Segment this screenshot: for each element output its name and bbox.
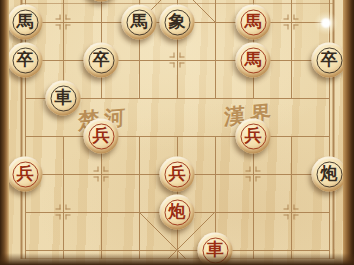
marker-corner-tr <box>66 205 71 210</box>
piece-character: 兵 <box>17 165 34 182</box>
point-marker-f8r3 <box>284 15 299 30</box>
point-marker-f5r4 <box>170 53 185 68</box>
point-marker-f8r8 <box>284 205 299 220</box>
marker-corner-tr <box>294 205 299 210</box>
marker-corner-bl <box>56 215 61 220</box>
piece-black-elephant-f5r3[interactable]: 象 <box>160 5 195 40</box>
point-marker-f3r7 <box>94 167 109 182</box>
point-marker-f7r7 <box>246 167 261 182</box>
piece-black-soldier-f1r4[interactable]: 卒 <box>8 43 43 78</box>
marker-corner-tr <box>66 15 71 20</box>
marker-corner-br <box>294 215 299 220</box>
piece-black-cannon-f9r7[interactable]: 炮 <box>312 157 347 192</box>
marker-corner-tr <box>256 167 261 172</box>
piece-black-chariot-f2r5[interactable]: 車 <box>46 81 81 116</box>
marker-corner-tr <box>180 53 185 58</box>
piece-character: 炮 <box>321 165 338 182</box>
piece-black-horse-f1r3[interactable]: 馬 <box>8 5 43 40</box>
piece-character: 炮 <box>169 203 186 220</box>
piece-character: 兵 <box>169 165 186 182</box>
marker-corner-bl <box>284 215 289 220</box>
marker-corner-tl <box>56 15 61 20</box>
piece-character: 馬 <box>245 51 262 68</box>
piece-character: 兵 <box>245 127 262 144</box>
piece-character: 卒 <box>321 51 338 68</box>
marker-corner-br <box>294 25 299 30</box>
xiangqi-board[interactable]: 楚河 漢界 馬馬象馬卒卒馬卒車兵兵兵兵炮炮車 <box>0 0 354 265</box>
marker-corner-tl <box>94 167 99 172</box>
marker-corner-tl <box>284 205 289 210</box>
piece-red-soldier-f1r7[interactable]: 兵 <box>8 157 43 192</box>
piece-red-soldier-f7r6[interactable]: 兵 <box>236 119 271 154</box>
piece-character: 馬 <box>17 13 34 30</box>
piece-red-soldier-f5r7[interactable]: 兵 <box>160 157 195 192</box>
marker-corner-tl <box>284 15 289 20</box>
marker-corner-bl <box>56 25 61 30</box>
piece-red-cannon-f5r8[interactable]: 炮 <box>160 195 195 230</box>
marker-corner-br <box>104 177 109 182</box>
marker-corner-br <box>256 177 261 182</box>
piece-red-horse-f7r4[interactable]: 馬 <box>236 43 271 78</box>
piece-character: 馬 <box>245 13 262 30</box>
piece-character: 象 <box>169 13 186 30</box>
marker-corner-tr <box>104 167 109 172</box>
piece-black-horse-f4r3[interactable]: 馬 <box>122 5 157 40</box>
piece-character: 車 <box>55 89 72 106</box>
piece-black-soldier-f3r4[interactable]: 卒 <box>84 43 119 78</box>
marker-corner-tr <box>294 15 299 20</box>
marker-corner-tl <box>170 53 175 58</box>
piece-character: 兵 <box>93 127 110 144</box>
marker-corner-bl <box>246 177 251 182</box>
point-marker-f2r8 <box>56 205 71 220</box>
marker-corner-tl <box>56 205 61 210</box>
piece-character: 卒 <box>93 51 110 68</box>
marker-corner-br <box>66 25 71 30</box>
piece-character: 馬 <box>131 13 148 30</box>
piece-character: 車 <box>207 241 224 258</box>
piece-red-chariot-f6r9[interactable]: 車 <box>198 233 233 265</box>
point-marker-f2r3 <box>56 15 71 30</box>
marker-corner-bl <box>284 25 289 30</box>
piece-red-horse-f7r3[interactable]: 馬 <box>236 5 271 40</box>
piece-character: 卒 <box>17 51 34 68</box>
piece-black-soldier-f9r4[interactable]: 卒 <box>312 43 347 78</box>
marker-corner-bl <box>170 63 175 68</box>
marker-corner-br <box>66 215 71 220</box>
marker-corner-tl <box>246 167 251 172</box>
piece-red-soldier-f3r6[interactable]: 兵 <box>84 119 119 154</box>
marker-corner-bl <box>94 177 99 182</box>
marker-corner-br <box>180 63 185 68</box>
